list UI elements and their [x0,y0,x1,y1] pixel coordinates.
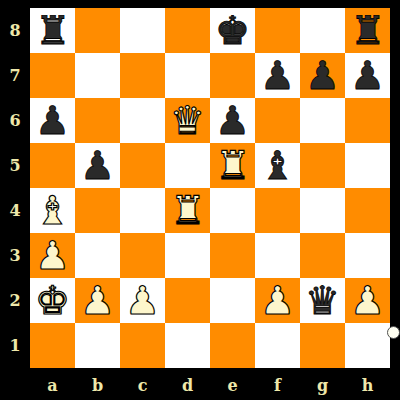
piece-white-queen[interactable]: ♛ [165,98,210,143]
chess-board[interactable]: ♜♚♜♟♟♟♟♛♟♟♜♝♝♜♟♚♟♟♟♛♟ [30,8,390,368]
piece-white-bishop[interactable]: ♝ [30,188,75,233]
square-b1[interactable] [75,323,120,368]
square-d3[interactable] [165,233,210,278]
piece-black-pawn[interactable]: ♟ [30,98,75,143]
rank-label-1: 1 [0,323,30,368]
piece-white-pawn[interactable]: ♟ [255,278,300,323]
rank-label-4: 4 [0,188,30,233]
square-f5[interactable]: ♝ [255,143,300,188]
square-f1[interactable] [255,323,300,368]
square-b7[interactable] [75,53,120,98]
square-a6[interactable]: ♟ [30,98,75,143]
piece-black-king[interactable]: ♚ [210,8,255,53]
square-b6[interactable] [75,98,120,143]
piece-black-rook[interactable]: ♜ [30,8,75,53]
square-e3[interactable] [210,233,255,278]
piece-white-pawn[interactable]: ♟ [30,233,75,278]
square-g6[interactable] [300,98,345,143]
square-f6[interactable] [255,98,300,143]
square-a2[interactable]: ♚ [30,278,75,323]
square-b3[interactable] [75,233,120,278]
square-a7[interactable] [30,53,75,98]
square-h1[interactable] [345,323,390,368]
square-h4[interactable] [345,188,390,233]
square-f4[interactable] [255,188,300,233]
file-label-c: c [120,368,165,400]
piece-black-pawn[interactable]: ♟ [300,53,345,98]
square-d1[interactable] [165,323,210,368]
piece-black-pawn[interactable]: ♟ [255,53,300,98]
file-label-d: d [165,368,210,400]
square-g4[interactable] [300,188,345,233]
piece-white-king[interactable]: ♚ [30,278,75,323]
rank-labels: 87654321 [0,8,30,368]
square-c2[interactable]: ♟ [120,278,165,323]
square-e1[interactable] [210,323,255,368]
square-e7[interactable] [210,53,255,98]
rank-label-5: 5 [0,143,30,188]
square-e2[interactable] [210,278,255,323]
rank-label-7: 7 [0,53,30,98]
square-e6[interactable]: ♟ [210,98,255,143]
square-a5[interactable] [30,143,75,188]
square-h3[interactable] [345,233,390,278]
square-d7[interactable] [165,53,210,98]
file-label-h: h [345,368,390,400]
square-h7[interactable]: ♟ [345,53,390,98]
file-label-f: f [255,368,300,400]
piece-black-pawn[interactable]: ♟ [345,53,390,98]
square-c4[interactable] [120,188,165,233]
piece-black-bishop[interactable]: ♝ [255,143,300,188]
square-e4[interactable] [210,188,255,233]
square-a4[interactable]: ♝ [30,188,75,233]
piece-black-pawn[interactable]: ♟ [75,143,120,188]
square-c6[interactable] [120,98,165,143]
file-labels: abcdefgh [30,368,390,400]
rank-label-2: 2 [0,278,30,323]
piece-black-pawn[interactable]: ♟ [210,98,255,143]
square-h2[interactable]: ♟ [345,278,390,323]
square-b8[interactable] [75,8,120,53]
square-c1[interactable] [120,323,165,368]
square-f7[interactable]: ♟ [255,53,300,98]
square-d8[interactable] [165,8,210,53]
file-label-b: b [75,368,120,400]
square-b2[interactable]: ♟ [75,278,120,323]
square-d4[interactable]: ♜ [165,188,210,233]
piece-white-pawn[interactable]: ♟ [75,278,120,323]
rank-label-8: 8 [0,8,30,53]
square-b5[interactable]: ♟ [75,143,120,188]
square-f8[interactable] [255,8,300,53]
square-g1[interactable] [300,323,345,368]
square-e5[interactable]: ♜ [210,143,255,188]
square-g5[interactable] [300,143,345,188]
piece-white-rook[interactable]: ♜ [165,188,210,233]
square-h8[interactable]: ♜ [345,8,390,53]
square-g8[interactable] [300,8,345,53]
file-label-a: a [30,368,75,400]
square-c8[interactable] [120,8,165,53]
piece-white-pawn[interactable]: ♟ [120,278,165,323]
square-h6[interactable] [345,98,390,143]
square-b4[interactable] [75,188,120,233]
square-a3[interactable]: ♟ [30,233,75,278]
piece-black-queen[interactable]: ♛ [300,278,345,323]
piece-white-rook[interactable]: ♜ [210,143,255,188]
piece-white-pawn[interactable]: ♟ [345,278,390,323]
chess-diagram: 87654321 ♜♚♜♟♟♟♟♛♟♟♜♝♝♜♟♚♟♟♟♛♟ abcdefgh [0,0,400,400]
white-to-move-indicator [387,326,400,339]
square-g3[interactable] [300,233,345,278]
square-c3[interactable] [120,233,165,278]
square-d6[interactable]: ♛ [165,98,210,143]
file-label-e: e [210,368,255,400]
square-f2[interactable]: ♟ [255,278,300,323]
square-f3[interactable] [255,233,300,278]
square-e8[interactable]: ♚ [210,8,255,53]
rank-label-6: 6 [0,98,30,143]
piece-black-rook[interactable]: ♜ [345,8,390,53]
square-d2[interactable] [165,278,210,323]
square-c5[interactable] [120,143,165,188]
rank-label-3: 3 [0,233,30,278]
square-c7[interactable] [120,53,165,98]
square-g2[interactable]: ♛ [300,278,345,323]
square-g7[interactable]: ♟ [300,53,345,98]
square-h5[interactable] [345,143,390,188]
square-a8[interactable]: ♜ [30,8,75,53]
square-a1[interactable] [30,323,75,368]
file-label-g: g [300,368,345,400]
square-d5[interactable] [165,143,210,188]
